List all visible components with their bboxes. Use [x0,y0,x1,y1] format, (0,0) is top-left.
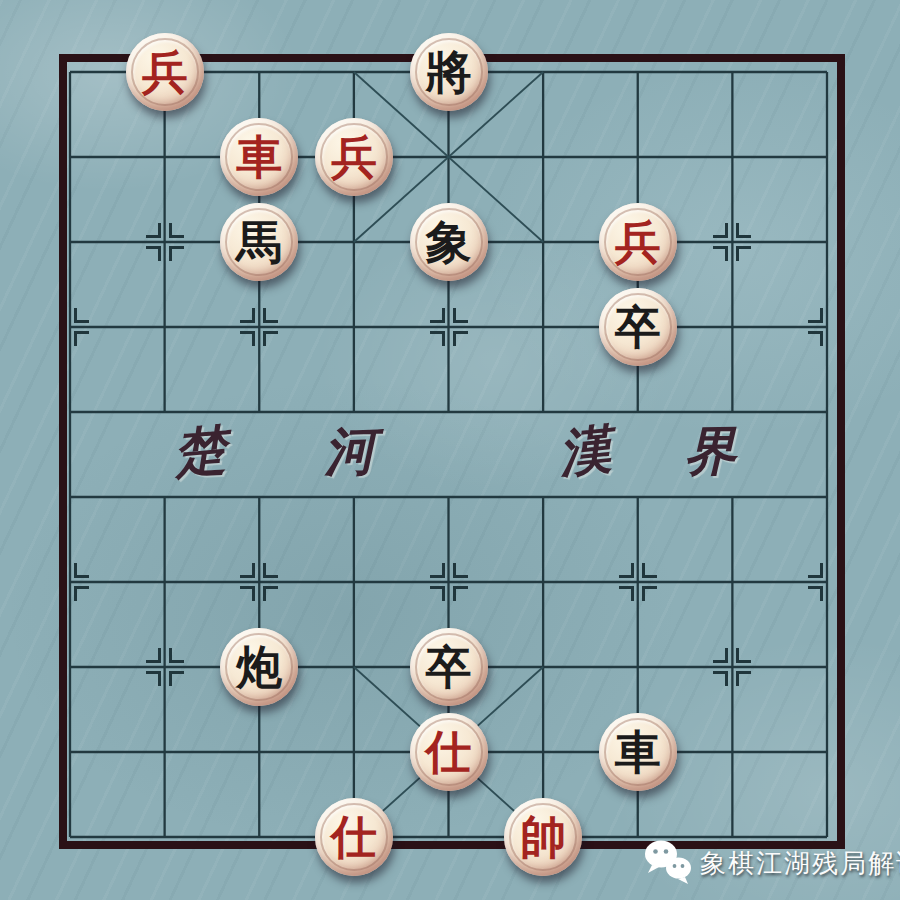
piece-glyph: 帥 [520,798,566,876]
piece-red-soldier[interactable]: 兵 [599,203,677,281]
piece-glyph: 仕 [331,798,377,876]
piece-black-horse[interactable]: 馬 [220,203,298,281]
piece-glyph: 兵 [142,33,188,111]
piece-glyph: 炮 [236,628,282,706]
piece-glyph: 卒 [426,628,472,706]
piece-black-soldier[interactable]: 卒 [410,628,488,706]
watermark-text: 象棋江湖残局解说 [700,846,900,881]
piece-glyph: 車 [236,118,282,196]
piece-black-chariot[interactable]: 車 [599,713,677,791]
piece-red-advisor[interactable]: 仕 [315,798,393,876]
piece-glyph: 卒 [615,288,661,366]
piece-red-chariot[interactable]: 車 [220,118,298,196]
piece-red-advisor[interactable]: 仕 [410,713,488,791]
watermark: 象棋江湖残局解说 [643,839,900,887]
board-background: 楚河漢界 兵將車兵馬象兵卒炮卒仕車仕帥 象棋江湖残局解说 [0,0,900,900]
piece-red-soldier[interactable]: 兵 [126,33,204,111]
piece-red-general[interactable]: 帥 [504,798,582,876]
piece-black-cannon[interactable]: 炮 [220,628,298,706]
wechat-icon [643,839,693,887]
piece-glyph: 馬 [236,203,282,281]
piece-glyph: 將 [426,33,472,111]
piece-black-soldier[interactable]: 卒 [599,288,677,366]
piece-glyph: 車 [615,713,661,791]
piece-glyph: 兵 [615,203,661,281]
piece-black-general[interactable]: 將 [410,33,488,111]
piece-glyph: 象 [426,203,472,281]
piece-black-elephant[interactable]: 象 [410,203,488,281]
piece-red-soldier[interactable]: 兵 [315,118,393,196]
piece-glyph: 兵 [331,118,377,196]
piece-glyph: 仕 [426,713,472,791]
pieces-grid: 兵將車兵馬象兵卒炮卒仕車仕帥 [23,30,875,880]
